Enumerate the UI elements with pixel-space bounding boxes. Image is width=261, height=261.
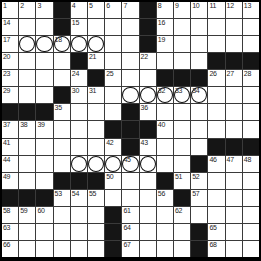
crossword-cell[interactable] (157, 139, 173, 155)
crossword-cell[interactable]: 64 (122, 224, 138, 240)
crossword-cell[interactable] (140, 156, 156, 172)
crossword-cell[interactable] (88, 156, 104, 172)
crossword-cell[interactable]: 52 (191, 173, 207, 189)
crossword-cell[interactable] (122, 173, 138, 189)
crossword-cell[interactable] (243, 173, 259, 189)
crossword-cell[interactable]: 14 (2, 19, 18, 35)
crossword-cell[interactable]: 2 (19, 2, 35, 18)
clue-number: 23 (3, 70, 10, 78)
crossword-cell[interactable] (19, 173, 35, 189)
crossword-cell[interactable] (174, 139, 190, 155)
clue-number: 16 (158, 19, 165, 27)
crossword-cell[interactable] (191, 104, 207, 120)
crossword-cell[interactable]: 49 (2, 173, 18, 189)
black-square (105, 224, 121, 240)
crossword-cell[interactable]: 28 (243, 70, 259, 86)
crossword-cell[interactable] (105, 87, 121, 103)
clue-number: 41 (3, 139, 10, 147)
crossword-cell[interactable] (105, 19, 121, 35)
black-square (208, 139, 224, 155)
crossword-cell[interactable] (191, 53, 207, 69)
crossword-cell[interactable]: 26 (208, 70, 224, 86)
crossword-cell[interactable] (122, 190, 138, 206)
crossword-cell[interactable] (36, 70, 52, 86)
black-square (140, 36, 156, 52)
crossword-cell[interactable] (243, 19, 259, 35)
crossword-cell[interactable] (54, 139, 70, 155)
black-square (191, 241, 207, 257)
crossword-cell[interactable]: 63 (2, 224, 18, 240)
black-square (174, 70, 190, 86)
crossword-cell[interactable] (36, 224, 52, 240)
crossword-cell[interactable]: 32 (157, 87, 173, 103)
crossword-cell[interactable] (243, 104, 259, 120)
crossword-cell[interactable]: 47 (226, 156, 242, 172)
crossword-cell[interactable] (140, 190, 156, 206)
crossword-cell[interactable]: 23 (2, 70, 18, 86)
crossword-cell[interactable]: 65 (208, 224, 224, 240)
crossword-cell[interactable]: 29 (2, 87, 18, 103)
black-square (191, 224, 207, 240)
crossword-cell[interactable] (105, 104, 121, 120)
crossword-cell[interactable]: 50 (105, 173, 121, 189)
crossword-cell[interactable]: 39 (36, 121, 52, 137)
clue-number: 25 (106, 70, 113, 78)
circle-marker (71, 156, 87, 172)
crossword-cell[interactable] (71, 121, 87, 137)
crossword-cell[interactable]: 38 (19, 121, 35, 137)
clue-number: 6 (106, 2, 110, 10)
clue-number: 44 (3, 156, 10, 164)
black-square (2, 104, 18, 120)
crossword-cell[interactable] (36, 173, 52, 189)
crossword-cell[interactable] (105, 53, 121, 69)
black-square (140, 2, 156, 18)
crossword-cell[interactable] (226, 36, 242, 52)
crossword-cell[interactable] (54, 70, 70, 86)
crossword-cell[interactable]: 9 (174, 2, 190, 18)
clue-number: 30 (72, 87, 79, 95)
circle-marker (88, 156, 104, 172)
black-square (2, 190, 18, 206)
clue-number: 55 (89, 190, 96, 198)
crossword-cell[interactable]: 59 (19, 207, 35, 223)
crossword-cell[interactable] (36, 241, 52, 257)
clue-number: 66 (3, 241, 10, 249)
crossword-cell[interactable]: 8 (157, 2, 173, 18)
black-square (36, 190, 52, 206)
crossword-cell[interactable] (174, 36, 190, 52)
crossword-cell[interactable] (71, 104, 87, 120)
crossword-cell[interactable] (88, 104, 104, 120)
black-square (243, 53, 259, 69)
crossword-cell[interactable]: 4 (71, 2, 87, 18)
crossword-cell[interactable]: 61 (122, 207, 138, 223)
clue-number: 1 (3, 2, 7, 10)
clue-number: 13 (244, 2, 251, 10)
crossword-cell[interactable] (19, 19, 35, 35)
clue-number: 26 (209, 70, 216, 78)
clue-number: 37 (3, 121, 10, 129)
crossword-cell[interactable] (88, 36, 104, 52)
crossword-cell[interactable]: 35 (54, 104, 70, 120)
clue-number: 63 (3, 224, 10, 232)
circle-marker (122, 87, 138, 103)
crossword-cell[interactable] (174, 241, 190, 257)
clue-number: 59 (20, 207, 27, 215)
black-square (54, 2, 70, 18)
crossword-cell[interactable] (157, 224, 173, 240)
crossword-cell[interactable]: 10 (191, 2, 207, 18)
crossword-cell[interactable] (208, 207, 224, 223)
clue-number: 57 (192, 190, 199, 198)
crossword-cell[interactable] (19, 36, 35, 52)
crossword-cell[interactable] (54, 224, 70, 240)
crossword-cell[interactable] (19, 87, 35, 103)
clue-number: 65 (209, 224, 216, 232)
crossword-cell[interactable] (157, 53, 173, 69)
crossword-cell[interactable] (140, 241, 156, 257)
crossword-cell[interactable] (19, 241, 35, 257)
crossword-cell[interactable] (174, 224, 190, 240)
crossword-cell[interactable]: 17 (2, 36, 18, 52)
black-square (71, 53, 87, 69)
black-square (19, 104, 35, 120)
black-square (71, 173, 87, 189)
clue-number: 15 (72, 19, 79, 27)
crossword-cell[interactable] (226, 173, 242, 189)
crossword-cell[interactable] (208, 19, 224, 35)
crossword-cell[interactable]: 40 (157, 121, 173, 137)
crossword-cell[interactable]: 36 (140, 104, 156, 120)
clue-number: 17 (3, 36, 10, 44)
crossword-cell[interactable] (19, 139, 35, 155)
clue-number: 32 (158, 87, 165, 95)
crossword-cell[interactable] (54, 121, 70, 137)
clue-number: 43 (141, 139, 148, 147)
crossword-cell[interactable] (19, 53, 35, 69)
circle-marker (19, 36, 35, 52)
crossword-cell[interactable]: 57 (191, 190, 207, 206)
crossword-cell[interactable]: 21 (88, 53, 104, 69)
clue-number: 3 (37, 2, 41, 10)
crossword-cell[interactable]: 27 (226, 70, 242, 86)
crossword-cell[interactable] (226, 104, 242, 120)
crossword-cell[interactable] (88, 19, 104, 35)
crossword-cell[interactable] (226, 190, 242, 206)
crossword-cell[interactable]: 1 (2, 2, 18, 18)
black-square (174, 190, 190, 206)
crossword-cell[interactable]: 3 (36, 2, 52, 18)
black-square (140, 121, 156, 137)
crossword-cell[interactable]: 15 (71, 19, 87, 35)
clue-number: 68 (209, 241, 216, 249)
clue-number: 5 (89, 2, 93, 10)
crossword-cell[interactable]: 13 (243, 2, 259, 18)
crossword-cell[interactable]: 60 (36, 207, 52, 223)
black-square (36, 104, 52, 120)
clue-number: 24 (72, 70, 79, 78)
crossword-cell[interactable]: 7 (122, 2, 138, 18)
crossword-cell[interactable] (54, 207, 70, 223)
crossword-cell[interactable] (122, 53, 138, 69)
crossword-cell[interactable] (191, 121, 207, 137)
clue-number: 50 (106, 173, 113, 181)
crossword-cell[interactable] (88, 121, 104, 137)
clue-number: 61 (123, 207, 130, 215)
clue-number: 46 (209, 156, 216, 164)
clue-number: 56 (158, 190, 165, 198)
clue-number: 58 (3, 207, 10, 215)
crossword-cell[interactable]: 62 (174, 207, 190, 223)
crossword-cell[interactable] (105, 156, 121, 172)
crossword-cell[interactable] (71, 36, 87, 52)
crossword-cell[interactable] (122, 70, 138, 86)
crossword-cell[interactable] (208, 121, 224, 137)
black-square (88, 70, 104, 86)
crossword-cell[interactable]: 24 (71, 70, 87, 86)
crossword-cell[interactable] (122, 87, 138, 103)
crossword-cell[interactable] (105, 36, 121, 52)
black-square (122, 121, 138, 137)
clue-number: 8 (158, 2, 162, 10)
crossword-cell[interactable]: 33 (174, 87, 190, 103)
crossword-cell[interactable]: 11 (208, 2, 224, 18)
black-square (191, 156, 207, 172)
crossword-cell[interactable] (140, 70, 156, 86)
crossword-cell[interactable]: 42 (105, 139, 121, 155)
clue-number: 11 (209, 2, 216, 10)
crossword-cell[interactable]: 25 (105, 70, 121, 86)
clue-number: 33 (175, 87, 182, 95)
clue-number: 38 (20, 121, 27, 129)
crossword-cell[interactable] (157, 156, 173, 172)
black-square (226, 139, 242, 155)
crossword-cell[interactable]: 45 (122, 156, 138, 172)
clue-number: 7 (123, 2, 127, 10)
clue-number: 60 (37, 207, 44, 215)
black-square (105, 241, 121, 257)
crossword-cell[interactable] (36, 139, 52, 155)
clue-number: 36 (141, 104, 148, 112)
crossword-cell[interactable] (208, 36, 224, 52)
clue-number: 21 (89, 53, 96, 61)
black-square (19, 190, 35, 206)
crossword-cell[interactable] (140, 224, 156, 240)
black-square (208, 53, 224, 69)
black-square (54, 19, 70, 35)
crossword-cell[interactable]: 54 (71, 190, 87, 206)
crossword-cell[interactable] (122, 19, 138, 35)
crossword-cell[interactable] (19, 156, 35, 172)
crossword-cell[interactable] (54, 156, 70, 172)
crossword-cell[interactable]: 56 (157, 190, 173, 206)
clue-number: 22 (141, 53, 148, 61)
circle-marker (71, 36, 87, 52)
crossword-cell[interactable] (243, 87, 259, 103)
crossword-cell[interactable] (71, 224, 87, 240)
crossword-cell[interactable] (71, 207, 87, 223)
crossword-cell[interactable] (226, 224, 242, 240)
black-square (243, 139, 259, 155)
clue-number: 10 (192, 2, 199, 10)
black-square (157, 173, 173, 189)
clue-number: 64 (123, 224, 130, 232)
crossword-cell[interactable]: 20 (2, 53, 18, 69)
crossword-cell[interactable]: 37 (2, 121, 18, 137)
clue-number: 42 (106, 139, 113, 147)
crossword-cell[interactable] (140, 207, 156, 223)
crossword-cell[interactable] (36, 36, 52, 52)
crossword-cell[interactable]: 30 (71, 87, 87, 103)
clue-number: 27 (227, 70, 234, 78)
clue-number: 39 (37, 121, 44, 129)
crossword-cell[interactable] (71, 139, 87, 155)
clue-number: 19 (158, 36, 165, 44)
black-square (122, 104, 138, 120)
clue-number: 67 (123, 241, 130, 249)
crossword-cell[interactable] (226, 241, 242, 257)
crossword-cell[interactable] (71, 241, 87, 257)
crossword-cell[interactable] (174, 156, 190, 172)
crossword-cell[interactable]: 66 (2, 241, 18, 257)
crossword-cell[interactable] (226, 19, 242, 35)
clue-number: 52 (192, 173, 199, 181)
crossword-cell[interactable]: 22 (140, 53, 156, 69)
clue-number: 54 (72, 190, 79, 198)
crossword-cell[interactable]: 41 (2, 139, 18, 155)
crossword-cell[interactable] (243, 36, 259, 52)
clue-number: 35 (55, 104, 62, 112)
crossword-cell[interactable] (88, 241, 104, 257)
crossword-cell[interactable] (174, 53, 190, 69)
crossword-cell[interactable] (243, 190, 259, 206)
crossword-cell[interactable] (19, 224, 35, 240)
crossword-cell[interactable]: 43 (140, 139, 156, 155)
crossword-cell[interactable] (174, 104, 190, 120)
crossword-cell[interactable] (243, 224, 259, 240)
crossword-cell[interactable]: 18 (54, 36, 70, 52)
crossword-cell[interactable] (157, 241, 173, 257)
crossword-cell[interactable]: 51 (174, 173, 190, 189)
clue-number: 49 (3, 173, 10, 181)
crossword-cell[interactable]: 5 (88, 2, 104, 18)
crossword-cell[interactable] (88, 207, 104, 223)
crossword-cell[interactable]: 68 (208, 241, 224, 257)
black-square (54, 173, 70, 189)
crossword-cell[interactable] (174, 121, 190, 137)
clue-number: 2 (20, 2, 24, 10)
crossword-cell[interactable] (88, 139, 104, 155)
crossword-cell[interactable] (105, 190, 121, 206)
circle-marker (88, 36, 104, 52)
black-square (105, 207, 121, 223)
crossword-cell[interactable] (191, 207, 207, 223)
crossword-cell[interactable]: 58 (2, 207, 18, 223)
clue-number: 48 (244, 156, 251, 164)
crossword-cell[interactable] (226, 207, 242, 223)
circle-marker (140, 87, 156, 103)
crossword-cell[interactable] (36, 19, 52, 35)
crossword-cell[interactable]: 34 (191, 87, 207, 103)
clue-number: 18 (55, 36, 62, 44)
clue-number: 4 (72, 2, 76, 10)
black-square (157, 70, 173, 86)
clue-number: 12 (227, 2, 234, 10)
crossword-cell[interactable]: 48 (243, 156, 259, 172)
crossword-cell[interactable] (243, 121, 259, 137)
crossword-cell[interactable] (122, 36, 138, 52)
crossword-cell[interactable]: 16 (157, 19, 173, 35)
crossword-cell[interactable] (208, 104, 224, 120)
clue-number: 31 (89, 87, 96, 95)
crossword-cell[interactable]: 12 (226, 2, 242, 18)
crossword-cell[interactable] (36, 53, 52, 69)
crossword-cell[interactable] (19, 70, 35, 86)
crossword-cell[interactable] (191, 139, 207, 155)
crossword-cell[interactable] (71, 156, 87, 172)
clue-number: 51 (175, 173, 182, 181)
clue-number: 14 (3, 19, 10, 27)
clue-number: 20 (3, 53, 10, 61)
crossword-board: 1234567891011121314151617181920212223242… (0, 0, 261, 261)
clue-number: 9 (175, 2, 179, 10)
crossword-cell[interactable]: 53 (54, 190, 70, 206)
crossword-cell[interactable] (243, 207, 259, 223)
crossword-cell[interactable] (36, 156, 52, 172)
crossword-cell[interactable] (191, 19, 207, 35)
crossword-cell[interactable] (88, 224, 104, 240)
crossword-cell[interactable] (140, 173, 156, 189)
crossword-cell[interactable] (191, 36, 207, 52)
clue-number: 62 (175, 207, 182, 215)
crossword-cell[interactable] (174, 19, 190, 35)
clue-number: 53 (55, 190, 62, 198)
black-square (122, 139, 138, 155)
clue-number: 47 (227, 156, 234, 164)
crossword-cell[interactable] (36, 87, 52, 103)
crossword-cell[interactable]: 31 (88, 87, 104, 103)
clue-number: 40 (158, 121, 165, 129)
crossword-cell[interactable]: 55 (88, 190, 104, 206)
crossword-cell[interactable] (226, 87, 242, 103)
clue-number: 45 (123, 156, 130, 164)
black-square (226, 53, 242, 69)
crossword-cell[interactable]: 6 (105, 2, 121, 18)
crossword-cell[interactable]: 19 (157, 36, 173, 52)
crossword-cell[interactable] (226, 121, 242, 137)
clue-number: 28 (244, 70, 251, 78)
crossword-cell[interactable]: 67 (122, 241, 138, 257)
crossword-cell[interactable] (54, 53, 70, 69)
crossword-cell[interactable]: 44 (2, 156, 18, 172)
circle-marker (140, 156, 156, 172)
clue-number: 34 (192, 87, 199, 95)
crossword-cell[interactable] (54, 241, 70, 257)
crossword-cell[interactable] (157, 104, 173, 120)
circle-marker (105, 156, 121, 172)
crossword-cell[interactable] (140, 87, 156, 103)
crossword-cell[interactable] (243, 241, 259, 257)
black-square (191, 70, 207, 86)
clue-number: 29 (3, 87, 10, 95)
crossword-cell[interactable] (208, 87, 224, 103)
crossword-cell[interactable] (157, 207, 173, 223)
crossword-cell[interactable] (208, 173, 224, 189)
crossword-cell[interactable]: 46 (208, 156, 224, 172)
circle-marker (36, 36, 52, 52)
crossword-cell[interactable] (208, 190, 224, 206)
